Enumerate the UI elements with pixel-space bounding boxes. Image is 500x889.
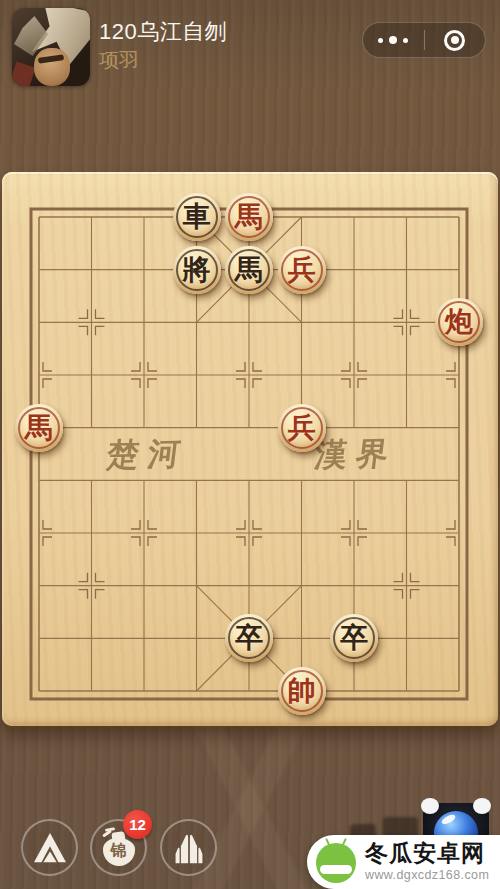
avatar-face-shape: [34, 48, 70, 86]
level-subtitle: 项羽: [99, 47, 227, 73]
ellipsis-icon: [403, 38, 408, 43]
close-capsule-button[interactable]: [425, 23, 486, 57]
piece-character: 卒: [235, 624, 263, 652]
xiangqi-piece-車[interactable]: 車: [173, 193, 221, 241]
xiangqi-piece-馬[interactable]: 馬: [15, 404, 63, 452]
hint-count-badge: 12: [123, 810, 152, 839]
praying-hands-icon: [172, 831, 206, 865]
piece-character: 馬: [25, 414, 53, 442]
avatar-red-accent: [12, 62, 36, 86]
xiangqi-board: 楚河 漢界 車馬將馬兵炮馬兵卒卒帥: [2, 172, 498, 726]
piece-character: 卒: [340, 624, 368, 652]
android-mascot-icon: [315, 841, 357, 883]
piece-character: 馬: [235, 203, 263, 231]
xiangqi-piece-帥[interactable]: 帥: [278, 667, 326, 715]
xiangqi-piece-馬[interactable]: 馬: [225, 246, 273, 294]
site-watermark: 冬瓜安卓网 www.dgxcdz168.com: [307, 835, 500, 889]
xiangqi-piece-卒[interactable]: 卒: [225, 614, 273, 662]
title-box: 120乌江自刎 项羽: [99, 18, 227, 73]
level-title: 120乌江自刎: [99, 18, 227, 45]
player-avatar[interactable]: [12, 8, 90, 86]
ellipsis-icon: [378, 38, 383, 43]
piece-layer: 車馬將馬兵炮馬兵卒卒帥: [13, 191, 486, 718]
xiangqi-piece-將[interactable]: 將: [173, 246, 221, 294]
miniprogram-capsule: [362, 22, 486, 58]
target-circle-icon: [444, 30, 465, 51]
xiangqi-piece-兵[interactable]: 兵: [278, 246, 326, 294]
panda-ear-icon: [473, 798, 491, 814]
watermark-site-name: 冬瓜安卓网: [365, 842, 489, 865]
piece-character: 馬: [235, 256, 263, 284]
header-bar: 120乌江自刎 项羽: [0, 0, 500, 95]
xiangqi-piece-馬[interactable]: 馬: [225, 193, 273, 241]
watermark-texts: 冬瓜安卓网 www.dgxcdz168.com: [365, 842, 489, 882]
watermark-site-url: www.dgxcdz168.com: [365, 869, 489, 882]
piece-character: 帥: [288, 677, 316, 705]
xiangqi-piece-兵[interactable]: 兵: [278, 404, 326, 452]
panda-ear-icon: [421, 798, 439, 814]
piece-character: 將: [183, 256, 211, 284]
piece-character: 兵: [288, 256, 316, 284]
piece-character: 車: [183, 203, 211, 231]
piece-character: 兵: [288, 414, 316, 442]
xiangqi-piece-卒[interactable]: 卒: [330, 614, 378, 662]
piece-character: 炮: [445, 308, 473, 336]
hint-pouch-button[interactable]: 锦 12: [90, 819, 147, 876]
mountain-arrow-icon: [31, 832, 69, 864]
more-button[interactable]: [363, 23, 424, 57]
app-screen: 120乌江自刎 项羽 楚河 漢界 車馬將馬兵炮馬兵卒卒帥: [0, 0, 500, 889]
ellipsis-icon: [389, 36, 397, 44]
toolbar-button-1[interactable]: [21, 819, 78, 876]
xiangqi-piece-炮[interactable]: 炮: [435, 298, 483, 346]
pouch-char: 锦: [111, 841, 127, 862]
pray-button[interactable]: [160, 819, 217, 876]
